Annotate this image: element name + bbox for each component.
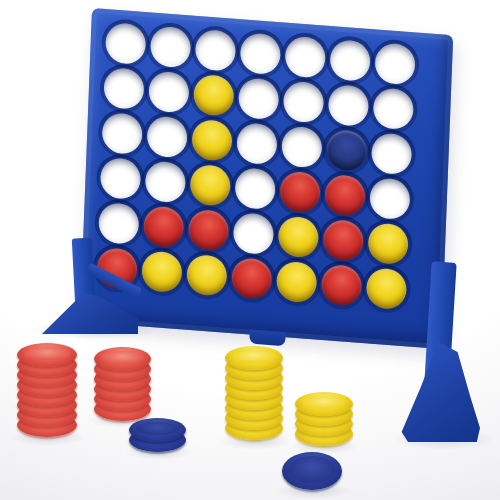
red-checker-stack-tall (17, 343, 77, 437)
empty-hole (146, 115, 187, 158)
cell-r1-c6[interactable] (326, 36, 373, 84)
blue-checker-stack-pair (129, 418, 186, 452)
cell-r3-c6[interactable] (323, 126, 370, 174)
cell-r5-c5[interactable] (275, 212, 322, 260)
red-checker (322, 218, 363, 261)
empty-hole (372, 87, 413, 130)
empty-hole (104, 22, 145, 65)
cell-r5-c3[interactable] (185, 206, 232, 254)
empty-hole (282, 80, 323, 123)
empty-hole (99, 156, 140, 199)
empty-hole (101, 112, 142, 155)
yellow-checker (141, 250, 182, 293)
cell-r5-c1[interactable] (95, 199, 142, 247)
cell-r3-c4[interactable] (233, 119, 280, 167)
cell-r4-c7[interactable] (366, 174, 413, 222)
red-checker (94, 347, 151, 371)
cell-r3-c1[interactable] (98, 109, 145, 157)
cell-r6-c6[interactable] (318, 261, 365, 309)
empty-hole (284, 35, 325, 78)
cell-r2-c4[interactable] (235, 74, 282, 122)
cell-r5-c4[interactable] (230, 209, 277, 257)
cell-r4-c3[interactable] (186, 161, 233, 209)
cell-r6-c5[interactable] (273, 257, 320, 305)
empty-hole (232, 212, 273, 255)
yellow-checker (365, 267, 406, 310)
red-checker (279, 170, 320, 213)
cell-r2-c1[interactable] (100, 64, 147, 112)
red-checker (187, 208, 228, 251)
cell-r4-c4[interactable] (231, 164, 278, 212)
empty-hole (327, 83, 368, 126)
yellow-checker (193, 73, 234, 116)
yellow-checker (225, 346, 283, 370)
yellow-checker (189, 163, 230, 206)
yellow-checker (191, 118, 232, 161)
cell-r5-c2[interactable] (140, 202, 187, 250)
blue-checker (129, 418, 186, 442)
empty-hole (236, 122, 277, 165)
yellow-checker (367, 222, 408, 265)
red-checker (142, 205, 183, 248)
empty-hole (329, 38, 370, 81)
empty-hole (237, 77, 278, 120)
board-right-foot (400, 342, 480, 442)
red-checker (324, 173, 365, 216)
empty-hole (281, 125, 322, 168)
cell-r5-c6[interactable] (319, 216, 366, 264)
cell-r4-c2[interactable] (142, 157, 189, 205)
cell-r5-c7[interactable] (364, 219, 411, 267)
navy-checker (326, 128, 367, 171)
cell-r4-c5[interactable] (276, 167, 323, 215)
red-checker (320, 263, 361, 306)
cell-r1-c3[interactable] (192, 26, 239, 74)
cell-r2-c5[interactable] (280, 77, 327, 125)
cell-r4-c1[interactable] (97, 154, 144, 202)
yellow-checker-stack-short (295, 392, 353, 446)
empty-hole (239, 32, 280, 75)
empty-hole (370, 132, 411, 175)
empty-hole (194, 28, 235, 71)
cell-r1-c4[interactable] (237, 29, 284, 77)
cell-r3-c7[interactable] (368, 129, 415, 177)
cell-r3-c5[interactable] (278, 122, 325, 170)
cell-r3-c2[interactable] (143, 112, 190, 160)
cell-r1-c2[interactable] (147, 22, 194, 70)
cell-r3-c3[interactable] (188, 116, 235, 164)
cell-r2-c6[interactable] (325, 81, 372, 129)
cell-r6-c4[interactable] (228, 254, 275, 302)
empty-hole (98, 201, 139, 244)
empty-hole (234, 167, 275, 210)
empty-hole (103, 67, 144, 110)
yellow-checker (186, 253, 227, 296)
red-checker (17, 343, 77, 367)
board-grid (93, 19, 418, 312)
blue-checker (282, 452, 342, 490)
yellow-checker (275, 260, 316, 303)
yellow-checker-stack-tall (225, 346, 283, 440)
cell-r1-c1[interactable] (102, 19, 149, 67)
cell-r4-c6[interactable] (321, 171, 368, 219)
cell-r1-c7[interactable] (371, 39, 418, 87)
empty-hole (148, 70, 189, 113)
yellow-checker (277, 215, 318, 258)
cell-r2-c7[interactable] (370, 84, 417, 132)
empty-hole (369, 177, 410, 220)
red-checker-stack-short (94, 347, 151, 421)
connect-four-scene (0, 0, 500, 500)
cell-r6-c3[interactable] (183, 250, 230, 298)
board-base-tab (249, 330, 285, 347)
cell-r2-c3[interactable] (190, 71, 237, 119)
empty-hole (149, 25, 190, 68)
empty-hole (144, 160, 185, 203)
cell-r6-c7[interactable] (363, 264, 410, 312)
yellow-checker (295, 392, 353, 416)
cell-r2-c2[interactable] (145, 67, 192, 115)
red-checker (231, 257, 272, 300)
blue-checker-single (282, 452, 342, 490)
empty-hole (374, 42, 415, 85)
cell-r1-c5[interactable] (281, 32, 328, 80)
cell-r6-c2[interactable] (138, 247, 185, 295)
